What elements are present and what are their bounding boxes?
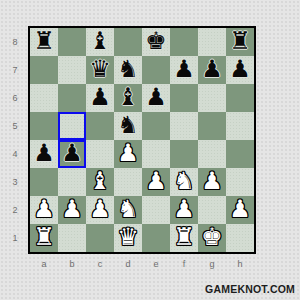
piece-black-queen[interactable]: ♛ <box>86 56 114 84</box>
file-label-e: e <box>142 257 170 271</box>
piece-black-bishop[interactable]: ♝ <box>114 84 142 112</box>
square-b1[interactable] <box>58 224 86 252</box>
square-g5[interactable] <box>198 112 226 140</box>
square-g6[interactable] <box>198 84 226 112</box>
piece-white-rook[interactable]: ♜ <box>170 224 198 252</box>
square-e2[interactable] <box>142 196 170 224</box>
square-g2[interactable] <box>198 196 226 224</box>
piece-black-knight[interactable]: ♞ <box>114 56 142 84</box>
square-d6[interactable]: ♝ <box>114 84 142 112</box>
square-a1[interactable]: ♜ <box>30 224 58 252</box>
rank-labels: 87654321 <box>6 28 24 252</box>
square-f2[interactable]: ♟ <box>170 196 198 224</box>
square-d2[interactable]: ♞ <box>114 196 142 224</box>
square-a4[interactable]: ♟ <box>30 140 58 168</box>
square-a5[interactable] <box>30 112 58 140</box>
piece-black-pawn[interactable]: ♟ <box>226 56 254 84</box>
square-e5[interactable] <box>142 112 170 140</box>
square-g3[interactable]: ♟ <box>198 168 226 196</box>
square-h1[interactable] <box>226 224 254 252</box>
square-d3[interactable] <box>114 168 142 196</box>
square-g7[interactable]: ♟ <box>198 56 226 84</box>
piece-black-pawn[interactable]: ♟ <box>30 140 58 168</box>
piece-white-pawn[interactable]: ♟ <box>226 196 254 224</box>
square-b2[interactable]: ♟ <box>58 196 86 224</box>
rank-label-5: 5 <box>6 112 24 140</box>
square-g1[interactable]: ♚ <box>198 224 226 252</box>
piece-black-pawn[interactable]: ♟ <box>58 140 86 168</box>
square-b4[interactable]: ♟ <box>58 140 86 168</box>
square-a6[interactable] <box>30 84 58 112</box>
piece-white-knight[interactable]: ♞ <box>170 168 198 196</box>
square-g4[interactable] <box>198 140 226 168</box>
file-label-f: f <box>170 257 198 271</box>
square-d7[interactable]: ♞ <box>114 56 142 84</box>
piece-white-pawn[interactable]: ♟ <box>58 196 86 224</box>
square-e8[interactable]: ♚ <box>142 28 170 56</box>
square-c7[interactable]: ♛ <box>86 56 114 84</box>
gameknot-branding: GAMEKNOT.COM <box>205 283 295 295</box>
rank-label-7: 7 <box>6 56 24 84</box>
piece-white-rook[interactable]: ♜ <box>30 224 58 252</box>
square-h2[interactable]: ♟ <box>226 196 254 224</box>
square-f8[interactable] <box>170 28 198 56</box>
piece-white-pawn[interactable]: ♟ <box>142 168 170 196</box>
file-label-d: d <box>114 257 142 271</box>
square-e1[interactable] <box>142 224 170 252</box>
square-a2[interactable]: ♟ <box>30 196 58 224</box>
square-b3[interactable] <box>58 168 86 196</box>
square-b6[interactable] <box>58 84 86 112</box>
rank-label-2: 2 <box>6 196 24 224</box>
file-labels: abcdefgh <box>30 257 254 271</box>
piece-white-pawn[interactable]: ♟ <box>170 196 198 224</box>
rank-label-3: 3 <box>6 168 24 196</box>
square-f3[interactable]: ♞ <box>170 168 198 196</box>
piece-white-queen[interactable]: ♛ <box>114 224 142 252</box>
piece-black-king[interactable]: ♚ <box>142 28 170 56</box>
square-b7[interactable] <box>58 56 86 84</box>
square-e3[interactable]: ♟ <box>142 168 170 196</box>
square-h8[interactable]: ♜ <box>226 28 254 56</box>
square-c1[interactable] <box>86 224 114 252</box>
square-c2[interactable]: ♟ <box>86 196 114 224</box>
square-d4[interactable]: ♟ <box>114 140 142 168</box>
square-g8[interactable] <box>198 28 226 56</box>
chess-board[interactable]: ♜♝♚♜♛♞♟♟♟♟♝♟♞♟♟♟♝♟♞♟♟♟♟♞♟♟♜♛♜♚ <box>28 26 256 254</box>
piece-white-pawn[interactable]: ♟ <box>30 196 58 224</box>
piece-black-pawn[interactable]: ♟ <box>142 84 170 112</box>
piece-white-pawn[interactable]: ♟ <box>198 168 226 196</box>
square-e6[interactable]: ♟ <box>142 84 170 112</box>
square-c6[interactable]: ♟ <box>86 84 114 112</box>
square-f7[interactable]: ♟ <box>170 56 198 84</box>
piece-white-knight[interactable]: ♞ <box>114 196 142 224</box>
piece-black-knight[interactable]: ♞ <box>114 112 142 140</box>
square-a3[interactable] <box>30 168 58 196</box>
piece-white-king[interactable]: ♚ <box>198 224 226 252</box>
square-h6[interactable] <box>226 84 254 112</box>
square-h3[interactable] <box>226 168 254 196</box>
piece-black-rook[interactable]: ♜ <box>226 28 254 56</box>
square-e4[interactable] <box>142 140 170 168</box>
file-label-a: a <box>30 257 58 271</box>
rank-label-6: 6 <box>6 84 24 112</box>
square-h5[interactable] <box>226 112 254 140</box>
square-a7[interactable] <box>30 56 58 84</box>
square-f4[interactable] <box>170 140 198 168</box>
file-label-g: g <box>198 257 226 271</box>
file-label-c: c <box>86 257 114 271</box>
square-d8[interactable] <box>114 28 142 56</box>
square-h7[interactable]: ♟ <box>226 56 254 84</box>
file-label-b: b <box>58 257 86 271</box>
rank-label-4: 4 <box>6 140 24 168</box>
piece-black-pawn[interactable]: ♟ <box>170 56 198 84</box>
file-label-h: h <box>226 257 254 271</box>
square-f1[interactable]: ♜ <box>170 224 198 252</box>
square-f6[interactable] <box>170 84 198 112</box>
chess-board-screenshot: 87654321 ♜♝♚♜♛♞♟♟♟♟♝♟♞♟♟♟♝♟♞♟♟♟♟♞♟♟♜♛♜♚ … <box>0 0 300 300</box>
square-e7[interactable] <box>142 56 170 84</box>
piece-black-bishop[interactable]: ♝ <box>86 28 114 56</box>
rank-label-1: 1 <box>6 224 24 252</box>
piece-black-pawn[interactable]: ♟ <box>86 84 114 112</box>
piece-black-rook[interactable]: ♜ <box>30 28 58 56</box>
square-f5[interactable] <box>170 112 198 140</box>
rank-label-8: 8 <box>6 28 24 56</box>
piece-white-bishop[interactable]: ♝ <box>86 168 114 196</box>
square-c3[interactable]: ♝ <box>86 168 114 196</box>
piece-white-pawn[interactable]: ♟ <box>86 196 114 224</box>
square-d5[interactable]: ♞ <box>114 112 142 140</box>
square-c8[interactable]: ♝ <box>86 28 114 56</box>
square-c4[interactable] <box>86 140 114 168</box>
piece-black-pawn[interactable]: ♟ <box>198 56 226 84</box>
square-d1[interactable]: ♛ <box>114 224 142 252</box>
square-c5[interactable] <box>86 112 114 140</box>
piece-white-pawn[interactable]: ♟ <box>114 140 142 168</box>
square-h4[interactable] <box>226 140 254 168</box>
square-b5[interactable] <box>58 112 86 140</box>
square-a8[interactable]: ♜ <box>30 28 58 56</box>
square-b8[interactable] <box>58 28 86 56</box>
